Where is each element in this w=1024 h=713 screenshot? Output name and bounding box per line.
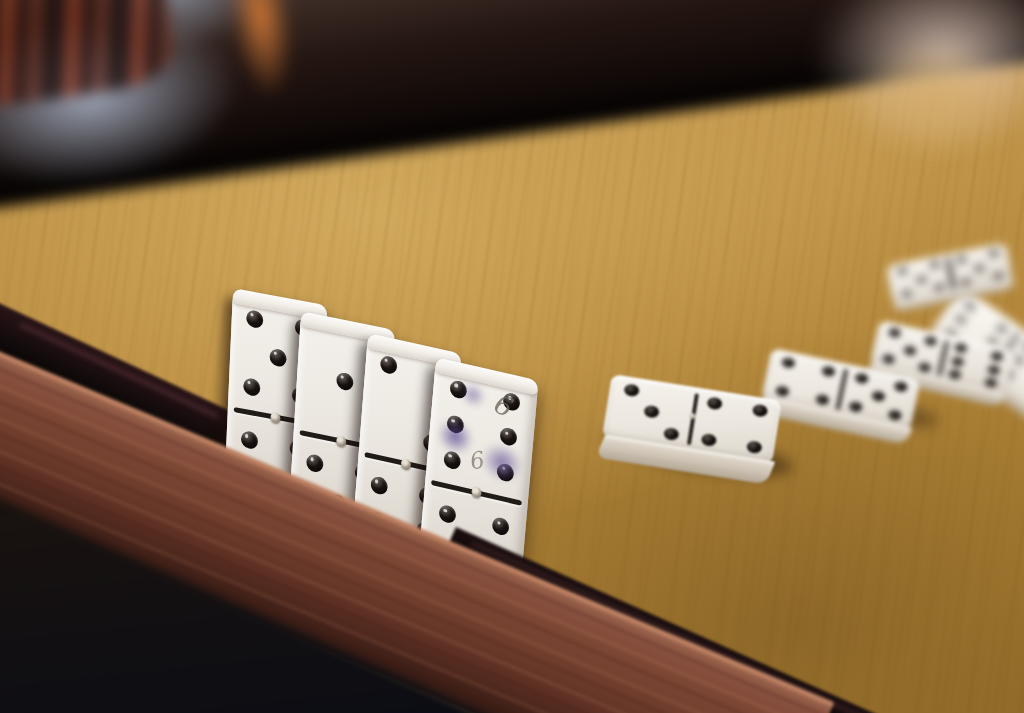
pip [335, 371, 353, 391]
pip [379, 354, 397, 375]
pip [370, 475, 388, 496]
pip [240, 430, 258, 450]
spinner-pin [400, 458, 411, 470]
photo-scene: 66 [0, 0, 1024, 713]
pip [305, 453, 323, 473]
spinner-pin [335, 435, 346, 447]
pip [246, 309, 264, 329]
pip [438, 504, 456, 525]
pip [492, 517, 510, 538]
spinner-pin [471, 487, 482, 499]
pip [269, 347, 287, 367]
pip [243, 377, 261, 397]
spinner-pin [270, 412, 280, 424]
